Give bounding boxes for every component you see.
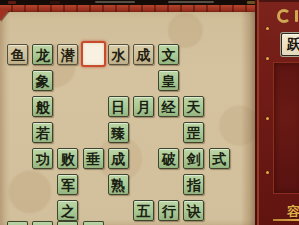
board-tile[interactable]: 军 [57,174,78,195]
partial-tile-top[interactable] [32,221,53,225]
rivet-dot [266,117,269,120]
board-tile[interactable]: 成 [108,148,129,169]
candidate-tile-button[interactable]: 跃 [281,33,299,56]
partial-tile-top[interactable] [7,221,28,225]
board-tile[interactable]: 罡 [183,122,204,143]
partial-tile-top[interactable] [57,221,78,225]
partial-tile-top[interactable] [83,221,104,225]
status-speck [50,1,60,4]
puzzle-board: 鱼龙潜水成文象皇般日月经天若臻罡功败垂成破剑式军熟指之五行诀 [7,44,230,221]
board-tile[interactable]: 指 [183,174,204,195]
board-tile[interactable]: 破 [158,148,179,169]
board-tile[interactable]: 诀 [183,200,204,221]
board-tile[interactable]: 败 [57,148,78,169]
board-tile[interactable]: 式 [209,148,230,169]
status-speck [168,1,214,3]
board-tile[interactable]: 若 [32,122,53,143]
clue-panel [273,62,299,194]
side-panel: 跃 容 [255,0,299,225]
selected-blank-cell[interactable] [81,41,106,67]
board-tile[interactable]: 五 [133,200,154,221]
board-tile[interactable]: 成 [133,44,154,65]
board-tile[interactable]: 之 [57,200,78,221]
board-tile[interactable]: 般 [32,96,53,117]
board-tile[interactable]: 水 [108,44,129,65]
board-tile[interactable]: 天 [183,96,204,117]
status-speck [247,1,255,4]
status-speck [8,1,16,4]
rivet-dot [266,27,269,30]
timer-ring-icon [277,9,291,23]
board-tile[interactable]: 皇 [158,70,179,91]
board-tile[interactable]: 行 [158,200,179,221]
timer-ring-icon-bar [295,10,298,22]
board-tile[interactable]: 日 [108,96,129,117]
board-tile[interactable]: 垂 [83,148,104,169]
board-tile[interactable]: 臻 [108,122,129,143]
board-tile[interactable]: 经 [158,96,179,117]
rivet-dot [266,57,269,60]
board-tile[interactable]: 鱼 [7,44,28,65]
board-tile[interactable]: 剑 [183,148,204,169]
board-tile[interactable]: 潜 [57,44,78,65]
board-tile[interactable]: 月 [133,96,154,117]
board-tile[interactable]: 龙 [32,44,53,65]
corner-ribbon [0,10,9,21]
panel-divider [273,219,299,221]
rivet-dot [266,171,269,174]
board-tile[interactable]: 象 [32,70,53,91]
status-speck [95,1,135,3]
board-tile[interactable]: 熟 [108,174,129,195]
board-tile[interactable]: 文 [158,44,179,65]
board-tile[interactable]: 功 [32,148,53,169]
game-screen: 鱼龙潜水成文象皇般日月经天若臻罡功败垂成破剑式军熟指之五行诀 跃 容 [0,0,299,225]
